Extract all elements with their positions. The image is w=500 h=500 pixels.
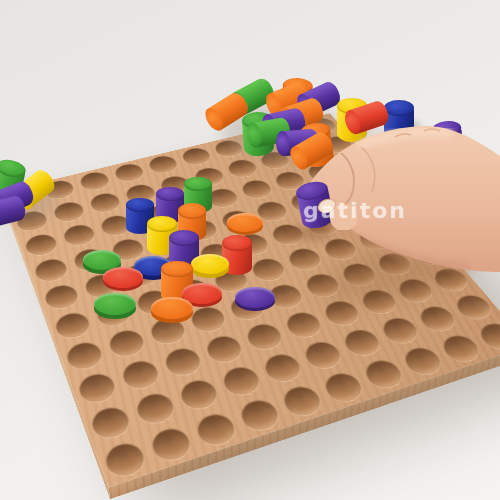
watermark-text: gatiton	[303, 198, 407, 223]
held-peg-layer	[0, 0, 500, 500]
photo-scene: gatiton	[0, 0, 500, 500]
